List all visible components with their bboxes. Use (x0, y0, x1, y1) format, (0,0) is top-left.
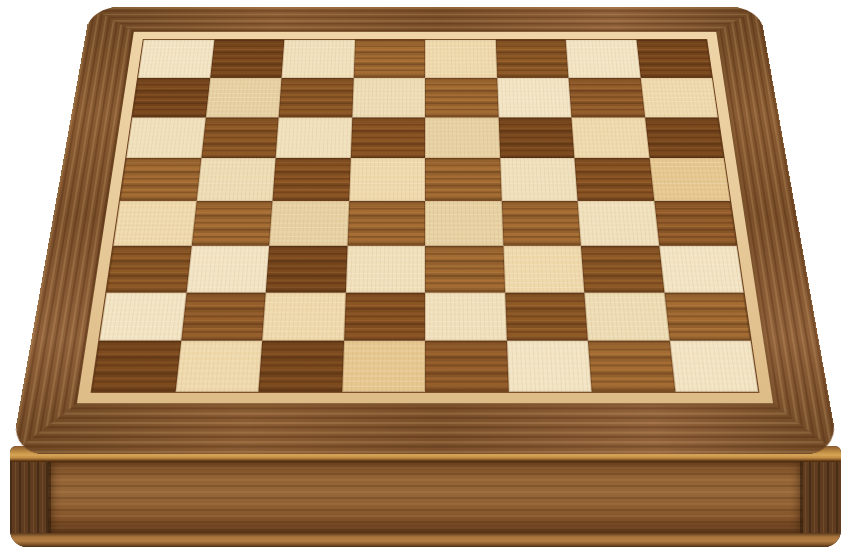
square-e8[interactable] (425, 40, 497, 78)
square-c2[interactable] (262, 292, 345, 341)
square-f7[interactable] (497, 78, 572, 117)
square-h4[interactable] (654, 201, 737, 246)
square-c7[interactable] (279, 78, 354, 117)
square-a3[interactable] (106, 246, 191, 293)
square-e5[interactable] (425, 158, 501, 201)
square-c1[interactable] (258, 341, 343, 392)
square-g8[interactable] (566, 40, 641, 78)
square-d2[interactable] (344, 292, 425, 341)
frame-top-rail (86, 7, 764, 31)
square-d4[interactable] (347, 201, 425, 246)
square-f5[interactable] (500, 158, 578, 201)
square-e2[interactable] (425, 292, 506, 341)
square-f2[interactable] (505, 292, 588, 341)
square-g6[interactable] (571, 117, 649, 158)
square-b7[interactable] (205, 78, 281, 117)
square-c3[interactable] (266, 246, 347, 293)
square-h6[interactable] (645, 117, 724, 158)
chess-box-product-photo (0, 0, 850, 553)
square-c6[interactable] (276, 117, 352, 158)
square-e6[interactable] (425, 117, 500, 158)
square-g1[interactable] (588, 341, 675, 392)
square-c4[interactable] (269, 201, 349, 246)
square-g5[interactable] (574, 158, 653, 201)
square-f4[interactable] (501, 201, 581, 246)
square-h5[interactable] (649, 158, 730, 201)
bottom-rail (10, 533, 841, 547)
square-b8[interactable] (210, 40, 285, 78)
square-e7[interactable] (425, 78, 498, 117)
square-b2[interactable] (181, 292, 266, 341)
frame-bottom-rail (11, 403, 839, 454)
square-h3[interactable] (659, 246, 744, 293)
square-f8[interactable] (495, 40, 568, 78)
square-f1[interactable] (506, 341, 591, 392)
square-f3[interactable] (503, 246, 584, 293)
square-a2[interactable] (99, 292, 186, 341)
square-g7[interactable] (568, 78, 644, 117)
square-h8[interactable] (636, 40, 712, 78)
square-g2[interactable] (584, 292, 669, 341)
square-h7[interactable] (640, 78, 718, 117)
square-a8[interactable] (138, 40, 214, 78)
square-a7[interactable] (132, 78, 210, 117)
square-h1[interactable] (669, 341, 758, 392)
square-f6[interactable] (498, 117, 574, 158)
square-b1[interactable] (175, 341, 262, 392)
square-a1[interactable] (92, 341, 181, 392)
square-d3[interactable] (345, 246, 425, 293)
square-e3[interactable] (425, 246, 505, 293)
square-d6[interactable] (350, 117, 425, 158)
square-d5[interactable] (349, 158, 425, 201)
board-top-perspective (11, 7, 839, 454)
chess-board (91, 39, 760, 393)
square-a4[interactable] (113, 201, 196, 246)
square-b6[interactable] (201, 117, 279, 158)
square-d1[interactable] (342, 341, 425, 392)
square-c5[interactable] (272, 158, 350, 201)
square-d8[interactable] (353, 40, 425, 78)
square-a6[interactable] (126, 117, 205, 158)
square-e1[interactable] (425, 341, 508, 392)
square-h2[interactable] (664, 292, 751, 341)
square-d7[interactable] (352, 78, 425, 117)
square-b4[interactable] (191, 201, 272, 246)
drawer-front[interactable] (48, 461, 803, 534)
square-g4[interactable] (578, 201, 659, 246)
box-front-panel (10, 446, 841, 547)
square-e4[interactable] (425, 201, 503, 246)
square-b3[interactable] (186, 246, 269, 293)
square-c8[interactable] (282, 40, 355, 78)
square-a5[interactable] (120, 158, 201, 201)
square-b5[interactable] (196, 158, 275, 201)
square-g3[interactable] (581, 246, 664, 293)
board-top (11, 7, 839, 454)
